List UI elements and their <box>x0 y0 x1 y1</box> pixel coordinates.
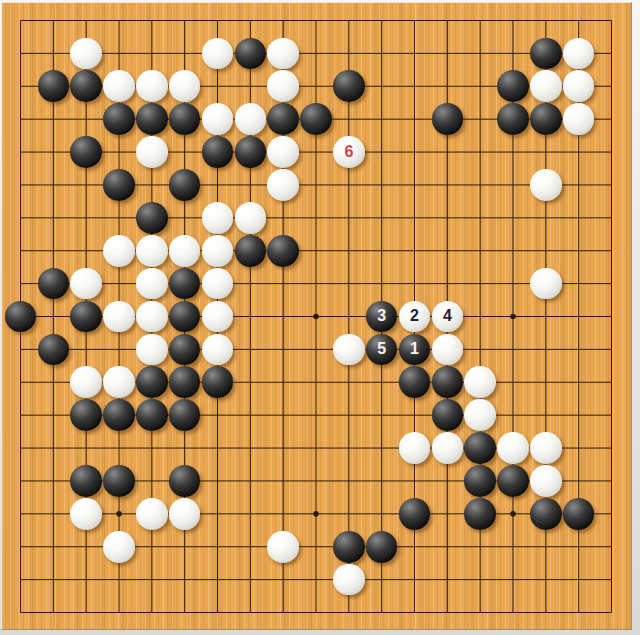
white-stone: 6 <box>333 136 365 168</box>
white-stone <box>432 432 464 464</box>
white-stone <box>136 70 168 102</box>
white-stone <box>267 38 299 70</box>
black-stone <box>464 465 496 497</box>
black-stone <box>432 366 464 398</box>
black-stone <box>497 103 529 135</box>
black-stone <box>70 465 102 497</box>
black-stone <box>333 531 365 563</box>
move-number-label: 5 <box>377 341 386 357</box>
black-stone <box>235 136 267 168</box>
white-stone <box>103 235 135 267</box>
black-stone <box>530 498 562 530</box>
last-move-number-label: 6 <box>344 144 353 160</box>
black-stone <box>103 399 135 431</box>
white-stone <box>530 432 562 464</box>
white-stone <box>202 202 234 234</box>
white-stone <box>202 235 234 267</box>
white-stone <box>136 301 168 333</box>
black-stone <box>267 235 299 267</box>
white-stone <box>103 531 135 563</box>
black-stone <box>300 103 332 135</box>
black-stone <box>136 366 168 398</box>
black-stone <box>70 70 102 102</box>
white-stone <box>497 432 529 464</box>
white-stone <box>169 235 201 267</box>
white-stone <box>103 301 135 333</box>
white-stone <box>399 432 431 464</box>
white-stone <box>530 268 562 300</box>
black-stone <box>235 38 267 70</box>
black-stone <box>202 366 234 398</box>
black-stone <box>136 399 168 431</box>
move-number-label: 3 <box>377 308 386 324</box>
black-stone <box>399 366 431 398</box>
black-stone <box>333 70 365 102</box>
black-stone <box>432 399 464 431</box>
move-number-label: 2 <box>410 308 419 324</box>
black-stone <box>103 169 135 201</box>
black-stone <box>169 169 201 201</box>
go-app-window: 632451 <box>0 0 640 635</box>
black-stone <box>497 70 529 102</box>
move-number-label: 1 <box>410 341 419 357</box>
black-stone <box>136 202 168 234</box>
black-stone <box>38 334 70 366</box>
white-stone <box>70 366 102 398</box>
white-stone <box>267 531 299 563</box>
black-stone <box>169 399 201 431</box>
black-stone <box>235 235 267 267</box>
white-stone <box>267 169 299 201</box>
white-stone <box>432 334 464 366</box>
white-stone <box>103 366 135 398</box>
white-stone <box>70 498 102 530</box>
white-stone: 4 <box>432 301 464 333</box>
black-stone <box>267 103 299 135</box>
white-stone <box>563 103 595 135</box>
black-stone <box>136 103 168 135</box>
white-stone <box>235 202 267 234</box>
black-stone <box>70 301 102 333</box>
white-stone <box>333 334 365 366</box>
black-stone <box>202 136 234 168</box>
white-stone <box>530 70 562 102</box>
white-stone <box>136 268 168 300</box>
white-stone <box>202 103 234 135</box>
white-stone <box>267 136 299 168</box>
black-stone <box>103 103 135 135</box>
black-stone <box>530 38 562 70</box>
white-stone <box>530 169 562 201</box>
black-stone <box>464 432 496 464</box>
black-stone <box>70 136 102 168</box>
black-stone <box>399 498 431 530</box>
white-stone <box>136 334 168 366</box>
white-stone <box>136 136 168 168</box>
black-stone <box>169 465 201 497</box>
white-stone <box>333 564 365 596</box>
black-stone <box>103 465 135 497</box>
white-stone <box>267 70 299 102</box>
white-stone <box>70 268 102 300</box>
white-stone <box>136 498 168 530</box>
white-stone <box>169 498 201 530</box>
black-stone <box>464 498 496 530</box>
black-stone <box>70 399 102 431</box>
black-stone <box>563 498 595 530</box>
white-stone <box>530 465 562 497</box>
white-stone <box>235 103 267 135</box>
white-stone <box>464 399 496 431</box>
white-stone <box>103 70 135 102</box>
black-stone <box>38 70 70 102</box>
black-stone <box>530 103 562 135</box>
move-number-label: 4 <box>443 308 452 324</box>
black-stone <box>497 465 529 497</box>
black-stone <box>366 531 398 563</box>
black-stone <box>432 103 464 135</box>
white-stone <box>136 235 168 267</box>
white-stone <box>464 366 496 398</box>
white-stone <box>70 38 102 70</box>
black-stone <box>169 103 201 135</box>
